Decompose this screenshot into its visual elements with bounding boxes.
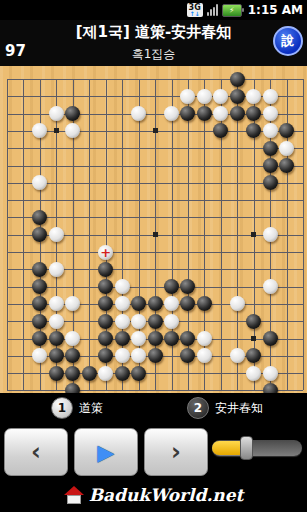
black-stone	[98, 348, 113, 363]
black-stone	[246, 123, 261, 138]
white-stone	[164, 296, 179, 311]
white-stone	[263, 227, 278, 242]
white-stone	[32, 123, 47, 138]
white-stone	[263, 106, 278, 121]
white-stone	[213, 89, 228, 104]
black-stone	[98, 262, 113, 277]
black-stone	[148, 296, 163, 311]
black-stone	[32, 296, 47, 311]
black-stone	[180, 331, 195, 346]
grid-line-horizontal	[7, 252, 303, 253]
black-stone	[164, 331, 179, 346]
play-button[interactable]: ▶	[74, 428, 138, 476]
battery-icon: ⚡	[222, 4, 242, 17]
white-stone	[98, 366, 113, 381]
black-stone	[65, 366, 80, 381]
white-stone	[131, 314, 146, 329]
white-stone	[197, 89, 212, 104]
black-stone	[148, 331, 163, 346]
black-stone	[115, 331, 130, 346]
white-stone	[246, 366, 261, 381]
black-stone	[32, 279, 47, 294]
title-bar: [제1국] 道策-安井春知 97 흑1집승 說	[0, 20, 307, 66]
last-move-marker: +	[98, 246, 113, 259]
white-stone	[263, 123, 278, 138]
player-2-name: 安井春知	[215, 400, 263, 417]
player-2: 2 安井春知	[187, 397, 263, 419]
white-stone	[115, 296, 130, 311]
player-1-stone-badge: 1	[51, 397, 73, 419]
white-stone	[164, 314, 179, 329]
black-stone	[49, 366, 64, 381]
white-stone	[32, 348, 47, 363]
white-stone	[49, 296, 64, 311]
white-stone	[131, 331, 146, 346]
black-stone	[98, 331, 113, 346]
control-bar: ‹ ▶ ›	[0, 423, 307, 478]
white-stone	[49, 106, 64, 121]
black-stone	[279, 123, 294, 138]
home-icon	[64, 486, 84, 504]
player-1: 1 道策	[51, 397, 103, 419]
slider-knob[interactable]	[240, 436, 253, 460]
white-stone	[131, 106, 146, 121]
black-stone	[263, 158, 278, 173]
grid-line-horizontal	[7, 287, 303, 288]
star-point	[251, 232, 256, 237]
grid-line-horizontal	[7, 390, 303, 391]
black-stone	[32, 210, 47, 225]
progress-slider[interactable]	[212, 440, 302, 456]
black-stone	[98, 279, 113, 294]
status-time: 1:15 AM	[248, 3, 303, 17]
black-stone	[131, 366, 146, 381]
black-stone	[246, 314, 261, 329]
commentary-button[interactable]: 說	[273, 26, 303, 56]
next-move-button[interactable]: ›	[144, 428, 208, 476]
black-stone	[279, 158, 294, 173]
black-stone	[32, 262, 47, 277]
black-stone	[230, 106, 245, 121]
white-stone	[263, 366, 278, 381]
player-2-stone-badge: 2	[187, 397, 209, 419]
white-stone	[263, 89, 278, 104]
black-stone	[32, 331, 47, 346]
black-stone	[263, 141, 278, 156]
player-bar: 1 道策 2 安井春知	[0, 393, 307, 423]
black-stone	[246, 348, 261, 363]
black-stone	[148, 314, 163, 329]
white-stone	[164, 106, 179, 121]
white-stone	[115, 279, 130, 294]
black-stone	[65, 348, 80, 363]
black-stone	[263, 331, 278, 346]
black-stone	[32, 314, 47, 329]
black-stone	[180, 279, 195, 294]
white-stone	[230, 296, 245, 311]
3g-icon: 3G↑↓	[187, 3, 203, 17]
white-stone	[65, 331, 80, 346]
star-point	[153, 232, 158, 237]
white-stone	[32, 175, 47, 190]
prev-move-button[interactable]: ‹	[4, 428, 68, 476]
black-stone	[246, 106, 261, 121]
black-stone	[180, 106, 195, 121]
black-stone	[131, 296, 146, 311]
white-stone	[246, 89, 261, 104]
white-stone	[197, 348, 212, 363]
black-stone	[197, 296, 212, 311]
black-stone	[180, 296, 195, 311]
black-stone	[197, 106, 212, 121]
white-stone	[65, 296, 80, 311]
black-stone	[164, 279, 179, 294]
black-stone	[230, 89, 245, 104]
star-point	[153, 128, 158, 133]
black-stone	[49, 348, 64, 363]
white-stone	[180, 89, 195, 104]
star-point	[251, 336, 256, 341]
white-stone	[131, 348, 146, 363]
black-stone	[213, 123, 228, 138]
black-stone	[98, 296, 113, 311]
white-stone	[213, 106, 228, 121]
white-stone	[279, 141, 294, 156]
player-1-name: 道策	[79, 400, 103, 417]
black-stone	[263, 175, 278, 190]
star-point	[54, 128, 59, 133]
white-stone	[197, 331, 212, 346]
result-subtitle: 흑1집승	[0, 46, 307, 63]
white-stone	[115, 348, 130, 363]
brand-logo-text: BadukWorld.net	[89, 485, 244, 505]
grid-line-vertical	[303, 79, 304, 390]
signal-icon	[207, 4, 218, 16]
black-stone	[49, 331, 64, 346]
black-stone	[32, 227, 47, 242]
black-stone	[230, 72, 245, 87]
white-stone	[115, 314, 130, 329]
black-stone	[148, 348, 163, 363]
white-stone	[65, 123, 80, 138]
footer: BadukWorld.net	[0, 478, 307, 512]
grid-line-vertical	[237, 79, 238, 390]
black-stone	[98, 314, 113, 329]
black-stone	[82, 366, 97, 381]
game-title: [제1국] 道策-安井春知	[0, 23, 307, 42]
white-stone	[49, 314, 64, 329]
go-board[interactable]: +	[0, 66, 307, 393]
white-stone	[49, 227, 64, 242]
black-stone	[180, 348, 195, 363]
white-stone	[263, 279, 278, 294]
status-bar: 3G↑↓ ⚡ 1:15 AM	[0, 0, 307, 20]
black-stone	[65, 106, 80, 121]
white-stone	[49, 262, 64, 277]
black-stone	[115, 366, 130, 381]
white-stone	[230, 348, 245, 363]
